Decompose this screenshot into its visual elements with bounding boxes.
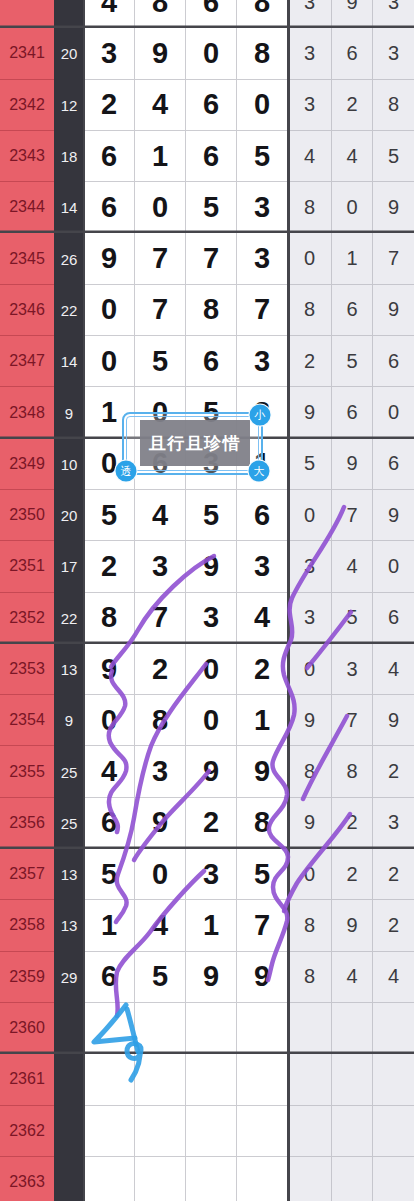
sum-cell: 13 <box>54 644 84 695</box>
sum-cell <box>54 1054 84 1105</box>
front-digit-cell-1: 5 <box>84 849 135 900</box>
front-digit-cell-4: 8 <box>237 28 288 79</box>
back-digit-cell-3: 9 <box>373 182 414 233</box>
front-digit-cell-3: 1 <box>186 900 237 951</box>
draw-row: 2347140563256 <box>0 336 414 387</box>
draw-row: 2363 <box>0 1157 414 1201</box>
period-cell: 2345 <box>0 233 54 284</box>
front-digit-cell-1: 2 <box>84 541 135 592</box>
back-digit-cell-3: 2 <box>373 900 414 951</box>
draw-row: 2361 <box>0 1054 414 1105</box>
back-digit-cell-2: 4 <box>332 131 373 182</box>
draw-row: 2358131417892 <box>0 900 414 951</box>
front-digit-cell-3 <box>186 1157 237 1201</box>
front-digit-cell-4: 4 <box>237 593 288 644</box>
annotation-selection-box[interactable]: 且行且珍惜 小透大 <box>122 412 263 475</box>
period-cell: 2360 <box>0 1003 54 1054</box>
back-digit-cell-2 <box>332 1003 373 1054</box>
front-digit-cell-4: 3 <box>237 233 288 284</box>
draw-row: 2345269773017 <box>0 233 414 284</box>
draw-row: 2356256928923 <box>0 798 414 849</box>
back-digit-cell-3: 5 <box>373 131 414 182</box>
sum-cell: 26 <box>54 233 84 284</box>
front-digit-cell-1: 4 <box>84 746 135 797</box>
back-digit-cell-1 <box>288 1003 332 1054</box>
lottery-trend-chart-screen: 4868393234120390836323421224603282343186… <box>0 0 414 1201</box>
back-digit-cell-2: 0 <box>332 182 373 233</box>
sum-cell: 22 <box>54 285 84 336</box>
back-digit-cell-1 <box>288 1054 332 1105</box>
front-digit-cell-4: 3 <box>237 182 288 233</box>
back-digit-cell-3: 3 <box>373 798 414 849</box>
front-digit-cell-1: 4 <box>84 0 135 28</box>
front-digit-cell-2 <box>135 1106 186 1157</box>
back-digit-cell-3: 9 <box>373 695 414 746</box>
back-digit-cell-1 <box>288 1157 332 1201</box>
period-cell: 2344 <box>0 182 54 233</box>
back-digit-cell-3: 6 <box>373 336 414 387</box>
sum-cell: 9 <box>54 695 84 746</box>
sum-cell: 22 <box>54 593 84 644</box>
draw-row-partial: 4868393 <box>0 0 414 28</box>
sum-cell <box>54 0 84 28</box>
front-digit-cell-4: 8 <box>237 0 288 28</box>
sum-cell: 25 <box>54 798 84 849</box>
sum-cell: 29 <box>54 952 84 1003</box>
back-digit-cell-1: 3 <box>288 593 332 644</box>
back-digit-cell-2: 7 <box>332 695 373 746</box>
front-digit-cell-4: 9 <box>237 746 288 797</box>
back-digit-cell-1: 3 <box>288 0 332 28</box>
sum-cell <box>54 1106 84 1157</box>
back-digit-cell-3: 6 <box>373 439 414 490</box>
draw-row: 2353139202034 <box>0 644 414 695</box>
front-digit-cell-1: 6 <box>84 131 135 182</box>
front-digit-cell-3: 8 <box>186 285 237 336</box>
front-digit-cell-3: 5 <box>186 490 237 541</box>
front-digit-cell-3: 5 <box>186 182 237 233</box>
back-digit-cell-2: 6 <box>332 387 373 438</box>
sum-cell: 10 <box>54 439 84 490</box>
draw-row: 2355254399882 <box>0 746 414 797</box>
front-digit-cell-2: 1 <box>135 131 186 182</box>
front-digit-cell-4: 1 <box>237 695 288 746</box>
front-digit-cell-2: 5 <box>135 952 186 1003</box>
back-digit-cell-2: 8 <box>332 746 373 797</box>
back-digit-cell-1: 8 <box>288 900 332 951</box>
front-digit-cell-1 <box>84 1054 135 1105</box>
sum-cell: 14 <box>54 182 84 233</box>
back-section-divider <box>287 0 290 1201</box>
front-digit-cell-1: 6 <box>84 182 135 233</box>
front-digit-cell-2: 4 <box>135 80 186 131</box>
front-digit-cell-1: 0 <box>84 336 135 387</box>
front-digit-cell-1: 5 <box>84 490 135 541</box>
draw-row: 2343186165445 <box>0 131 414 182</box>
back-digit-cell-2: 2 <box>332 80 373 131</box>
front-digit-cell-2: 8 <box>135 695 186 746</box>
chart-rows: 4868393234120390836323421224603282343186… <box>0 0 414 1201</box>
front-digit-cell-2: 2 <box>135 644 186 695</box>
back-digit-cell-1: 8 <box>288 746 332 797</box>
front-digit-cell-2: 4 <box>135 490 186 541</box>
front-digit-cell-4: 7 <box>237 900 288 951</box>
front-digit-cell-2: 4 <box>135 900 186 951</box>
back-digit-cell-3: 0 <box>373 387 414 438</box>
front-digit-cell-4: 6 <box>237 490 288 541</box>
front-digit-cell-1: 1 <box>84 900 135 951</box>
back-digit-cell-1: 0 <box>288 644 332 695</box>
sum-cell: 25 <box>54 746 84 797</box>
sum-cell: 20 <box>54 28 84 79</box>
back-digit-cell-1: 8 <box>288 285 332 336</box>
front-digit-cell-1: 6 <box>84 952 135 1003</box>
back-digit-cell-3: 9 <box>373 490 414 541</box>
front-digit-cell-4: 3 <box>237 541 288 592</box>
front-digit-cell-3: 9 <box>186 746 237 797</box>
back-digit-cell-1: 3 <box>288 541 332 592</box>
back-digit-cell-2: 3 <box>332 644 373 695</box>
draw-row: 2359296599844 <box>0 952 414 1003</box>
front-digit-cell-3 <box>186 1054 237 1105</box>
period-cell: 2346 <box>0 285 54 336</box>
front-digit-cell-3: 3 <box>186 593 237 644</box>
back-digit-cell-2 <box>332 1157 373 1201</box>
back-digit-cell-2 <box>332 1054 373 1105</box>
back-digit-cell-1: 9 <box>288 695 332 746</box>
period-cell <box>0 0 54 28</box>
front-digit-cell-4 <box>237 1054 288 1105</box>
front-digit-cell-2: 5 <box>135 336 186 387</box>
back-digit-cell-3: 8 <box>373 80 414 131</box>
back-digit-cell-1: 8 <box>288 952 332 1003</box>
back-digit-cell-1: 8 <box>288 182 332 233</box>
period-cell: 2352 <box>0 593 54 644</box>
handle-opacity[interactable]: 透 <box>115 460 138 483</box>
front-digit-cell-1: 0 <box>84 695 135 746</box>
back-digit-cell-3: 2 <box>373 849 414 900</box>
front-digit-cell-1 <box>84 1106 135 1157</box>
front-digit-cell-2 <box>135 1003 186 1054</box>
front-digit-cell-2: 9 <box>135 28 186 79</box>
period-cell: 2356 <box>0 798 54 849</box>
draw-row: 2344146053809 <box>0 182 414 233</box>
front-digit-cell-4 <box>237 1003 288 1054</box>
back-digit-cell-1 <box>288 1106 332 1157</box>
period-cell: 2359 <box>0 952 54 1003</box>
front-digit-cell-3: 6 <box>186 131 237 182</box>
front-digit-cell-2: 3 <box>135 541 186 592</box>
sum-cell: 14 <box>54 336 84 387</box>
back-digit-cell-3: 0 <box>373 541 414 592</box>
handle-small[interactable]: 小 <box>249 404 272 427</box>
back-digit-cell-2: 1 <box>332 233 373 284</box>
back-digit-cell-1: 3 <box>288 80 332 131</box>
front-digit-cell-2: 9 <box>135 798 186 849</box>
front-digit-cell-3 <box>186 1003 237 1054</box>
front-digit-cell-1: 9 <box>84 233 135 284</box>
period-cell: 2355 <box>0 746 54 797</box>
front-digit-cell-2: 0 <box>135 182 186 233</box>
draw-row: 2350205456079 <box>0 490 414 541</box>
front-digit-cell-1 <box>84 1003 135 1054</box>
front-digit-cell-2 <box>135 1157 186 1201</box>
sum-cell: 13 <box>54 900 84 951</box>
front-digit-cell-1: 9 <box>84 644 135 695</box>
back-digit-cell-2: 6 <box>332 28 373 79</box>
back-digit-cell-1: 4 <box>288 131 332 182</box>
front-digit-cell-2: 0 <box>135 849 186 900</box>
sum-cell: 13 <box>54 849 84 900</box>
sum-cell <box>54 1157 84 1201</box>
back-digit-cell-2 <box>332 1106 373 1157</box>
front-digit-cell-3: 9 <box>186 541 237 592</box>
front-digit-cell-2: 7 <box>135 285 186 336</box>
draw-row: 2357135035022 <box>0 849 414 900</box>
back-digit-cell-1: 9 <box>288 387 332 438</box>
front-digit-cell-4: 0 <box>237 80 288 131</box>
sum-cell: 20 <box>54 490 84 541</box>
period-cell: 2358 <box>0 900 54 951</box>
back-digit-cell-1: 2 <box>288 336 332 387</box>
front-digit-cell-3: 6 <box>186 80 237 131</box>
front-digit-cell-2: 7 <box>135 593 186 644</box>
front-digit-cell-3: 3 <box>186 849 237 900</box>
draw-row: 2360 <box>0 1003 414 1054</box>
sum-cell <box>54 1003 84 1054</box>
back-digit-cell-2: 5 <box>332 336 373 387</box>
sum-cell: 17 <box>54 541 84 592</box>
draw-row: 2346220787869 <box>0 285 414 336</box>
period-cell: 2353 <box>0 644 54 695</box>
front-digit-cell-1: 3 <box>84 28 135 79</box>
sum-cell: 9 <box>54 387 84 438</box>
back-digit-cell-3: 7 <box>373 233 414 284</box>
front-digit-cell-4: 8 <box>237 798 288 849</box>
draw-row: 2342122460328 <box>0 80 414 131</box>
front-digit-cell-3: 6 <box>186 336 237 387</box>
front-digit-cell-1: 8 <box>84 593 135 644</box>
back-digit-cell-2: 9 <box>332 0 373 28</box>
back-digit-cell-3 <box>373 1003 414 1054</box>
period-cell: 2348 <box>0 387 54 438</box>
back-digit-cell-1: 9 <box>288 798 332 849</box>
back-digit-cell-2: 6 <box>332 285 373 336</box>
front-digit-cell-3: 0 <box>186 644 237 695</box>
period-cell: 2343 <box>0 131 54 182</box>
front-digit-cell-4: 9 <box>237 952 288 1003</box>
front-digit-cell-2: 7 <box>135 233 186 284</box>
front-digit-cell-1: 0 <box>84 285 135 336</box>
back-digit-cell-2: 4 <box>332 541 373 592</box>
handle-large[interactable]: 大 <box>248 460 271 483</box>
draw-row: 2352228734356 <box>0 593 414 644</box>
period-cell: 2354 <box>0 695 54 746</box>
front-digit-cell-4: 5 <box>237 849 288 900</box>
draw-row: 2362 <box>0 1106 414 1157</box>
back-digit-cell-3 <box>373 1106 414 1157</box>
back-digit-cell-2: 9 <box>332 439 373 490</box>
front-section-divider <box>83 0 86 1201</box>
period-cell: 2347 <box>0 336 54 387</box>
annotation-text[interactable]: 且行且珍惜 <box>140 420 250 466</box>
period-cell: 2361 <box>0 1054 54 1105</box>
front-digit-cell-2: 3 <box>135 746 186 797</box>
front-digit-cell-4: 5 <box>237 131 288 182</box>
back-digit-cell-3: 3 <box>373 28 414 79</box>
front-digit-cell-1: 2 <box>84 80 135 131</box>
front-digit-cell-3: 0 <box>186 28 237 79</box>
back-digit-cell-2: 7 <box>332 490 373 541</box>
front-digit-cell-3: 9 <box>186 952 237 1003</box>
front-digit-cell-4: 7 <box>237 285 288 336</box>
front-digit-cell-2 <box>135 1054 186 1105</box>
back-digit-cell-1: 5 <box>288 439 332 490</box>
front-digit-cell-4: 3 <box>237 336 288 387</box>
draw-row: 2341203908363 <box>0 28 414 79</box>
back-digit-cell-2: 4 <box>332 952 373 1003</box>
front-digit-cell-3: 0 <box>186 695 237 746</box>
period-cell: 2362 <box>0 1106 54 1157</box>
front-digit-cell-4 <box>237 1106 288 1157</box>
back-digit-cell-3 <box>373 1054 414 1105</box>
back-digit-cell-3: 2 <box>373 746 414 797</box>
back-digit-cell-3: 4 <box>373 952 414 1003</box>
front-digit-cell-1: 6 <box>84 798 135 849</box>
back-digit-cell-3: 9 <box>373 285 414 336</box>
period-cell: 2349 <box>0 439 54 490</box>
period-cell: 2351 <box>0 541 54 592</box>
front-digit-cell-3: 2 <box>186 798 237 849</box>
back-digit-cell-3: 4 <box>373 644 414 695</box>
front-digit-cell-3: 6 <box>186 0 237 28</box>
period-cell: 2342 <box>0 80 54 131</box>
period-cell: 2363 <box>0 1157 54 1201</box>
draw-row: 2351172393340 <box>0 541 414 592</box>
front-digit-cell-3: 7 <box>186 233 237 284</box>
front-digit-cell-4: 2 <box>237 644 288 695</box>
front-digit-cell-4 <box>237 1157 288 1201</box>
back-digit-cell-3 <box>373 1157 414 1201</box>
front-digit-cell-3 <box>186 1106 237 1157</box>
back-digit-cell-2: 9 <box>332 900 373 951</box>
period-cell: 2357 <box>0 849 54 900</box>
period-cell: 2341 <box>0 28 54 79</box>
front-digit-cell-2: 8 <box>135 0 186 28</box>
period-cell: 2350 <box>0 490 54 541</box>
front-digit-cell-1 <box>84 1157 135 1201</box>
sum-cell: 18 <box>54 131 84 182</box>
draw-row: 235490801979 <box>0 695 414 746</box>
back-digit-cell-3: 3 <box>373 0 414 28</box>
back-digit-cell-2: 2 <box>332 849 373 900</box>
sum-cell: 12 <box>54 80 84 131</box>
back-digit-cell-2: 5 <box>332 593 373 644</box>
back-digit-cell-1: 0 <box>288 233 332 284</box>
back-digit-cell-3: 6 <box>373 593 414 644</box>
back-digit-cell-1: 3 <box>288 28 332 79</box>
back-digit-cell-2: 2 <box>332 798 373 849</box>
back-digit-cell-1: 0 <box>288 490 332 541</box>
back-digit-cell-1: 0 <box>288 849 332 900</box>
